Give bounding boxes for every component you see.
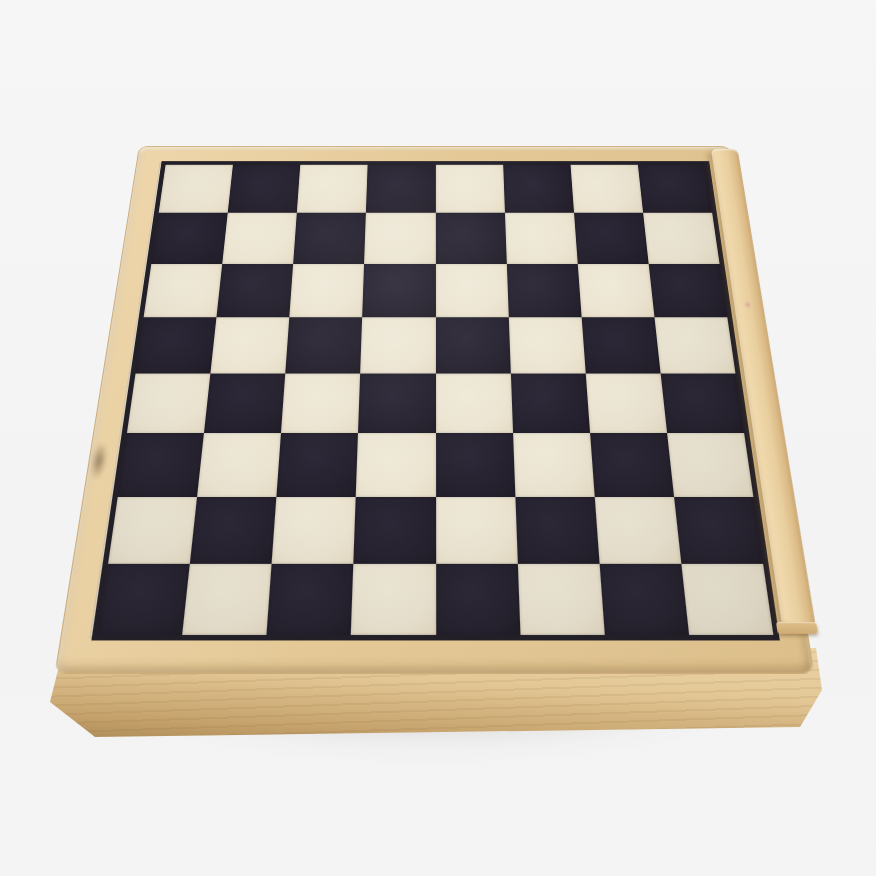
square-f6 <box>506 264 581 317</box>
square-b5 <box>210 317 289 373</box>
square-d5 <box>360 317 435 373</box>
square-f5 <box>508 317 585 373</box>
square-a4 <box>127 374 211 434</box>
square-f3 <box>513 433 595 496</box>
pink-mark <box>744 301 751 308</box>
square-d6 <box>363 264 436 317</box>
square-c6 <box>290 264 365 317</box>
square-a5 <box>135 317 216 373</box>
square-e2 <box>436 497 518 564</box>
square-b6 <box>217 264 294 317</box>
square-d8 <box>366 165 435 213</box>
square-e6 <box>435 264 508 317</box>
square-e4 <box>435 374 512 434</box>
square-e7 <box>435 213 506 264</box>
square-c1 <box>267 564 354 635</box>
square-c4 <box>281 374 360 434</box>
wood-knot <box>89 442 109 479</box>
square-h8 <box>638 165 712 213</box>
square-g3 <box>590 433 674 496</box>
square-g4 <box>585 374 667 434</box>
square-h7 <box>643 213 720 264</box>
square-e1 <box>436 564 520 635</box>
photo-backdrop <box>0 0 876 876</box>
square-g8 <box>570 165 643 213</box>
square-c5 <box>285 317 362 373</box>
square-c3 <box>277 433 359 496</box>
square-g6 <box>577 264 654 317</box>
square-g1 <box>599 564 689 635</box>
checkerboard <box>91 161 779 640</box>
square-h6 <box>649 264 728 317</box>
square-f8 <box>503 165 574 213</box>
square-a2 <box>108 497 197 564</box>
square-h1 <box>681 564 773 635</box>
square-c7 <box>293 213 366 264</box>
square-d1 <box>351 564 435 635</box>
square-h5 <box>654 317 735 373</box>
square-c8 <box>297 165 368 213</box>
square-b3 <box>197 433 281 496</box>
square-b4 <box>204 374 285 434</box>
square-h2 <box>674 497 763 564</box>
square-b1 <box>182 564 272 635</box>
square-g7 <box>574 213 649 264</box>
square-e5 <box>435 317 510 373</box>
square-b8 <box>228 165 301 213</box>
square-a1 <box>98 564 190 635</box>
square-e3 <box>436 433 515 496</box>
square-a6 <box>144 264 223 317</box>
rail-notch <box>776 622 818 634</box>
square-d3 <box>356 433 435 496</box>
square-e8 <box>435 165 504 213</box>
game-box-lid <box>55 146 815 674</box>
square-g2 <box>594 497 681 564</box>
square-f7 <box>505 213 578 264</box>
square-d2 <box>354 497 436 564</box>
square-a3 <box>118 433 204 496</box>
square-f2 <box>515 497 599 564</box>
square-d4 <box>358 374 435 434</box>
square-d7 <box>364 213 435 264</box>
square-a7 <box>151 213 228 264</box>
square-a8 <box>159 165 233 213</box>
square-c2 <box>272 497 356 564</box>
square-b7 <box>222 213 297 264</box>
square-f1 <box>517 564 604 635</box>
square-b2 <box>190 497 277 564</box>
square-h3 <box>667 433 753 496</box>
square-g5 <box>581 317 660 373</box>
square-f4 <box>510 374 589 434</box>
square-h4 <box>660 374 744 434</box>
